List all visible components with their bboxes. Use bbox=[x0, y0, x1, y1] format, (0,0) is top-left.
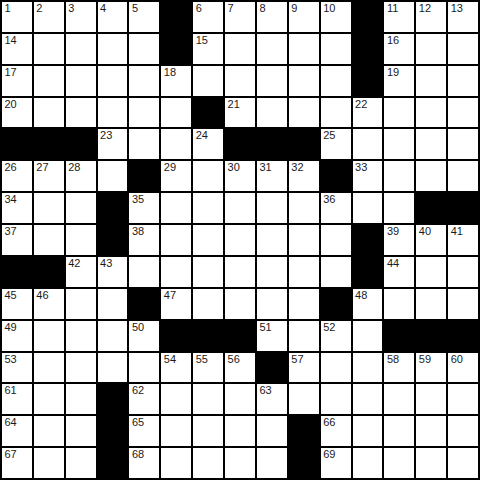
cell-r13c15[interactable] bbox=[448, 384, 478, 414]
clue-number-19: 19 bbox=[387, 66, 399, 78]
black-cell-r10c11 bbox=[321, 289, 351, 319]
cell-r12c4[interactable] bbox=[98, 353, 128, 383]
cell-r2c11[interactable] bbox=[321, 34, 351, 64]
cell-r12c14[interactable]: 59 bbox=[416, 353, 446, 383]
cell-r3c14[interactable] bbox=[416, 66, 446, 96]
cell-r9c11[interactable] bbox=[321, 257, 351, 287]
cell-r7c5[interactable]: 35 bbox=[129, 193, 159, 223]
cell-r1c10[interactable]: 9 bbox=[289, 2, 319, 32]
cell-r9c3[interactable]: 42 bbox=[66, 257, 96, 287]
cell-r7c12[interactable] bbox=[353, 193, 383, 223]
clue-number-6: 6 bbox=[196, 2, 202, 14]
cell-r7c11[interactable]: 36 bbox=[321, 193, 351, 223]
black-cell-r10c5 bbox=[129, 289, 159, 319]
cell-r12c2[interactable] bbox=[34, 353, 64, 383]
cell-r7c10[interactable] bbox=[289, 193, 319, 223]
black-cell-r5c2 bbox=[34, 129, 64, 159]
cell-r4c6[interactable] bbox=[161, 98, 191, 128]
black-cell-r5c1 bbox=[2, 129, 32, 159]
cell-r8c6[interactable] bbox=[161, 225, 191, 255]
cell-r6c7[interactable] bbox=[193, 161, 223, 191]
cell-r11c5[interactable]: 50 bbox=[129, 321, 159, 351]
cell-r9c4[interactable]: 43 bbox=[98, 257, 128, 287]
cell-r3c1[interactable]: 17 bbox=[2, 66, 32, 96]
cell-r11c2[interactable] bbox=[34, 321, 64, 351]
cell-r12c11[interactable] bbox=[321, 353, 351, 383]
cell-r4c15[interactable] bbox=[448, 98, 478, 128]
clue-number-13: 13 bbox=[451, 2, 463, 14]
cell-r8c8[interactable] bbox=[225, 225, 255, 255]
cell-r7c2[interactable] bbox=[34, 193, 64, 223]
cell-r4c13[interactable] bbox=[384, 98, 414, 128]
cell-r13c12[interactable] bbox=[353, 384, 383, 414]
cell-r10c12[interactable]: 48 bbox=[353, 289, 383, 319]
clue-number-20: 20 bbox=[5, 98, 17, 110]
cell-r14c12[interactable] bbox=[353, 416, 383, 446]
clue-number-26: 26 bbox=[5, 161, 17, 173]
clue-number-42: 42 bbox=[68, 257, 80, 269]
black-cell-r1c6 bbox=[161, 2, 191, 32]
cell-r11c4[interactable] bbox=[98, 321, 128, 351]
cell-r6c12[interactable]: 33 bbox=[353, 161, 383, 191]
cell-r11c10[interactable] bbox=[289, 321, 319, 351]
cell-r12c5[interactable] bbox=[129, 353, 159, 383]
cell-r15c12[interactable] bbox=[353, 448, 383, 478]
clue-number-30: 30 bbox=[228, 161, 240, 173]
cell-r14c8[interactable] bbox=[225, 416, 255, 446]
clue-number-10: 10 bbox=[323, 2, 335, 14]
cell-r13c6[interactable] bbox=[161, 384, 191, 414]
clue-number-4: 4 bbox=[100, 2, 106, 14]
cell-r13c14[interactable] bbox=[416, 384, 446, 414]
clue-number-69: 69 bbox=[323, 448, 335, 460]
cell-r10c4[interactable] bbox=[98, 289, 128, 319]
clue-number-11: 11 bbox=[387, 2, 398, 14]
cell-r10c14[interactable] bbox=[416, 289, 446, 319]
cell-r14c3[interactable] bbox=[66, 416, 96, 446]
clue-number-48: 48 bbox=[355, 289, 367, 301]
cell-r4c11[interactable] bbox=[321, 98, 351, 128]
clue-number-58: 58 bbox=[387, 353, 399, 365]
cell-r15c5[interactable]: 68 bbox=[129, 448, 159, 478]
clue-number-61: 61 bbox=[5, 384, 17, 396]
cell-r2c8[interactable] bbox=[225, 34, 255, 64]
cell-r1c7[interactable]: 6 bbox=[193, 2, 223, 32]
cell-r10c13[interactable] bbox=[384, 289, 414, 319]
cell-r8c11[interactable] bbox=[321, 225, 351, 255]
black-cell-r11c15 bbox=[448, 321, 478, 351]
cell-r1c11[interactable]: 10 bbox=[321, 2, 351, 32]
cell-r5c14[interactable] bbox=[416, 129, 446, 159]
black-cell-r11c13 bbox=[384, 321, 414, 351]
cell-r7c13[interactable] bbox=[384, 193, 414, 223]
clue-number-8: 8 bbox=[259, 2, 265, 14]
cell-r6c15[interactable] bbox=[448, 161, 478, 191]
cell-r12c3[interactable] bbox=[66, 353, 96, 383]
black-cell-r12c9 bbox=[257, 353, 287, 383]
cell-r3c11[interactable] bbox=[321, 66, 351, 96]
cell-r10c7[interactable] bbox=[193, 289, 223, 319]
clue-number-1: 1 bbox=[5, 2, 11, 14]
cell-r14c14[interactable] bbox=[416, 416, 446, 446]
cell-r10c10[interactable] bbox=[289, 289, 319, 319]
cell-r6c14[interactable] bbox=[416, 161, 446, 191]
cell-r10c2[interactable]: 46 bbox=[34, 289, 64, 319]
cell-r7c3[interactable] bbox=[66, 193, 96, 223]
cell-r14c13[interactable] bbox=[384, 416, 414, 446]
clue-number-60: 60 bbox=[451, 353, 463, 365]
cell-r13c10[interactable] bbox=[289, 384, 319, 414]
cell-r14c6[interactable] bbox=[161, 416, 191, 446]
clue-number-18: 18 bbox=[164, 66, 176, 78]
clue-number-43: 43 bbox=[100, 257, 112, 269]
clue-number-9: 9 bbox=[291, 2, 297, 14]
cell-r1c4[interactable]: 4 bbox=[98, 2, 128, 32]
cell-r2c14[interactable] bbox=[416, 34, 446, 64]
cell-r14c1[interactable]: 64 bbox=[2, 416, 32, 446]
cell-r6c3[interactable]: 28 bbox=[66, 161, 96, 191]
cell-r14c2[interactable] bbox=[34, 416, 64, 446]
cell-r6c8[interactable]: 30 bbox=[225, 161, 255, 191]
cell-r2c5[interactable] bbox=[129, 34, 159, 64]
clue-number-5: 5 bbox=[132, 2, 138, 14]
cell-r8c2[interactable] bbox=[34, 225, 64, 255]
cell-r3c7[interactable] bbox=[193, 66, 223, 96]
cell-r12c6[interactable]: 54 bbox=[161, 353, 191, 383]
clue-number-33: 33 bbox=[355, 161, 367, 173]
cell-r2c13[interactable]: 16 bbox=[384, 34, 414, 64]
cell-r7c7[interactable] bbox=[193, 193, 223, 223]
cell-r5c6[interactable] bbox=[161, 129, 191, 159]
cell-r1c8[interactable]: 7 bbox=[225, 2, 255, 32]
cell-r13c9[interactable]: 63 bbox=[257, 384, 287, 414]
clue-number-67: 67 bbox=[5, 448, 17, 460]
cell-r3c10[interactable] bbox=[289, 66, 319, 96]
cell-r10c6[interactable]: 47 bbox=[161, 289, 191, 319]
cell-r3c3[interactable] bbox=[66, 66, 96, 96]
cell-r4c10[interactable] bbox=[289, 98, 319, 128]
cell-r2c1[interactable]: 14 bbox=[2, 34, 32, 64]
clue-number-63: 63 bbox=[259, 384, 271, 396]
clue-number-46: 46 bbox=[36, 289, 48, 301]
cell-r4c2[interactable] bbox=[34, 98, 64, 128]
cell-r15c6[interactable] bbox=[161, 448, 191, 478]
cell-r1c9[interactable]: 8 bbox=[257, 2, 287, 32]
cell-r14c11[interactable]: 66 bbox=[321, 416, 351, 446]
cell-r11c12[interactable] bbox=[353, 321, 383, 351]
cell-r8c13[interactable]: 39 bbox=[384, 225, 414, 255]
cell-r4c1[interactable]: 20 bbox=[2, 98, 32, 128]
cell-r2c9[interactable] bbox=[257, 34, 287, 64]
clue-number-28: 28 bbox=[68, 161, 80, 173]
cell-r2c3[interactable] bbox=[66, 34, 96, 64]
clue-number-38: 38 bbox=[132, 225, 144, 237]
clue-number-29: 29 bbox=[164, 161, 176, 173]
clue-number-27: 27 bbox=[36, 161, 48, 173]
cell-r15c3[interactable] bbox=[66, 448, 96, 478]
cell-r10c9[interactable] bbox=[257, 289, 287, 319]
clue-number-59: 59 bbox=[419, 353, 431, 365]
cell-r4c8[interactable]: 21 bbox=[225, 98, 255, 128]
clue-number-50: 50 bbox=[132, 321, 144, 333]
cell-r9c5[interactable] bbox=[129, 257, 159, 287]
cell-r12c13[interactable]: 58 bbox=[384, 353, 414, 383]
cell-r8c3[interactable] bbox=[66, 225, 96, 255]
clue-number-68: 68 bbox=[132, 448, 144, 460]
cell-r11c1[interactable]: 49 bbox=[2, 321, 32, 351]
clue-number-45: 45 bbox=[5, 289, 17, 301]
cell-r4c12[interactable]: 22 bbox=[353, 98, 383, 128]
cell-r9c8[interactable] bbox=[225, 257, 255, 287]
cell-r12c1[interactable]: 53 bbox=[2, 353, 32, 383]
clue-number-49: 49 bbox=[5, 321, 17, 333]
cell-r8c10[interactable] bbox=[289, 225, 319, 255]
clue-number-35: 35 bbox=[132, 193, 144, 205]
cell-r6c1[interactable]: 26 bbox=[2, 161, 32, 191]
cell-r15c11[interactable]: 69 bbox=[321, 448, 351, 478]
cell-r10c15[interactable] bbox=[448, 289, 478, 319]
clue-number-55: 55 bbox=[196, 353, 208, 365]
cell-r15c9[interactable] bbox=[257, 448, 287, 478]
black-cell-r5c10 bbox=[289, 129, 319, 159]
clue-number-57: 57 bbox=[291, 353, 303, 365]
clue-number-16: 16 bbox=[387, 34, 399, 46]
cell-r6c6[interactable]: 29 bbox=[161, 161, 191, 191]
black-cell-r7c15 bbox=[448, 193, 478, 223]
black-cell-r9c1 bbox=[2, 257, 32, 287]
clue-number-22: 22 bbox=[355, 98, 367, 110]
clue-number-12: 12 bbox=[419, 2, 431, 14]
cell-r5c13[interactable] bbox=[384, 129, 414, 159]
cell-r3c5[interactable] bbox=[129, 66, 159, 96]
cell-r1c5[interactable]: 5 bbox=[129, 2, 159, 32]
black-cell-r11c14 bbox=[416, 321, 446, 351]
cell-r6c10[interactable]: 32 bbox=[289, 161, 319, 191]
black-cell-r15c10 bbox=[289, 448, 319, 478]
cell-r11c9[interactable]: 51 bbox=[257, 321, 287, 351]
black-cell-r9c12 bbox=[353, 257, 383, 287]
cell-r15c14[interactable] bbox=[416, 448, 446, 478]
clue-number-66: 66 bbox=[323, 416, 335, 428]
cell-r10c3[interactable] bbox=[66, 289, 96, 319]
black-cell-r6c11 bbox=[321, 161, 351, 191]
cell-r8c15[interactable]: 41 bbox=[448, 225, 478, 255]
cell-r6c9[interactable]: 31 bbox=[257, 161, 287, 191]
clue-number-14: 14 bbox=[5, 34, 17, 46]
cell-r9c10[interactable] bbox=[289, 257, 319, 287]
cell-r3c9[interactable] bbox=[257, 66, 287, 96]
cell-r3c2[interactable] bbox=[34, 66, 64, 96]
clue-number-32: 32 bbox=[291, 161, 303, 173]
black-cell-r2c12 bbox=[353, 34, 383, 64]
cell-r13c1[interactable]: 61 bbox=[2, 384, 32, 414]
cell-r4c14[interactable] bbox=[416, 98, 446, 128]
cell-r1c14[interactable]: 12 bbox=[416, 2, 446, 32]
black-cell-r2c6 bbox=[161, 34, 191, 64]
cell-r12c12[interactable] bbox=[353, 353, 383, 383]
cell-r15c1[interactable]: 67 bbox=[2, 448, 32, 478]
cell-r15c7[interactable] bbox=[193, 448, 223, 478]
clue-number-54: 54 bbox=[164, 353, 176, 365]
cell-r5c12[interactable] bbox=[353, 129, 383, 159]
cell-r15c13[interactable] bbox=[384, 448, 414, 478]
black-cell-r11c7 bbox=[193, 321, 223, 351]
black-cell-r1c12 bbox=[353, 2, 383, 32]
cell-r12c8[interactable]: 56 bbox=[225, 353, 255, 383]
cell-r3c8[interactable] bbox=[225, 66, 255, 96]
cell-r5c5[interactable] bbox=[129, 129, 159, 159]
cell-r3c4[interactable] bbox=[98, 66, 128, 96]
cell-r9c15[interactable] bbox=[448, 257, 478, 287]
cell-r9c7[interactable] bbox=[193, 257, 223, 287]
black-cell-r11c6 bbox=[161, 321, 191, 351]
cell-r1c1[interactable]: 1 bbox=[2, 2, 32, 32]
cell-r12c10[interactable]: 57 bbox=[289, 353, 319, 383]
cell-r10c1[interactable]: 45 bbox=[2, 289, 32, 319]
cell-r1c2[interactable]: 2 bbox=[34, 2, 64, 32]
clue-number-62: 62 bbox=[132, 384, 144, 396]
cell-r10c8[interactable] bbox=[225, 289, 255, 319]
black-cell-r6c5 bbox=[129, 161, 159, 191]
cell-r8c14[interactable]: 40 bbox=[416, 225, 446, 255]
cell-r11c11[interactable]: 52 bbox=[321, 321, 351, 351]
cell-r2c4[interactable] bbox=[98, 34, 128, 64]
cell-r8c7[interactable] bbox=[193, 225, 223, 255]
clue-number-25: 25 bbox=[323, 129, 335, 141]
black-cell-r3c12 bbox=[353, 66, 383, 96]
cell-r5c4[interactable]: 23 bbox=[98, 129, 128, 159]
black-cell-r5c3 bbox=[66, 129, 96, 159]
cell-r5c15[interactable] bbox=[448, 129, 478, 159]
cell-r13c8[interactable] bbox=[225, 384, 255, 414]
clue-number-7: 7 bbox=[228, 2, 234, 14]
black-cell-r13c4 bbox=[98, 384, 128, 414]
clue-number-41: 41 bbox=[451, 225, 463, 237]
cell-r12c7[interactable]: 55 bbox=[193, 353, 223, 383]
cell-r4c9[interactable] bbox=[257, 98, 287, 128]
black-cell-r8c12 bbox=[353, 225, 383, 255]
cell-r7c9[interactable] bbox=[257, 193, 287, 223]
cell-r13c11[interactable] bbox=[321, 384, 351, 414]
clue-number-51: 51 bbox=[259, 321, 271, 333]
cell-r9c13[interactable]: 44 bbox=[384, 257, 414, 287]
cell-r9c6[interactable] bbox=[161, 257, 191, 287]
black-cell-r11c8 bbox=[225, 321, 255, 351]
clue-number-64: 64 bbox=[5, 416, 17, 428]
clue-number-37: 37 bbox=[5, 225, 17, 237]
cell-r8c9[interactable] bbox=[257, 225, 287, 255]
black-cell-r7c4 bbox=[98, 193, 128, 223]
cell-r13c13[interactable] bbox=[384, 384, 414, 414]
cell-r9c9[interactable] bbox=[257, 257, 287, 287]
cell-r3c6[interactable]: 18 bbox=[161, 66, 191, 96]
clue-number-31: 31 bbox=[259, 161, 271, 173]
cell-r1c13[interactable]: 11 bbox=[384, 2, 414, 32]
cell-r2c15[interactable] bbox=[448, 34, 478, 64]
cell-r14c5[interactable]: 65 bbox=[129, 416, 159, 446]
cell-r12c15[interactable]: 60 bbox=[448, 353, 478, 383]
clue-number-40: 40 bbox=[419, 225, 431, 237]
clue-number-65: 65 bbox=[132, 416, 144, 428]
black-cell-r4c7 bbox=[193, 98, 223, 128]
clue-number-34: 34 bbox=[5, 193, 17, 205]
cell-r7c8[interactable] bbox=[225, 193, 255, 223]
cell-r14c15[interactable] bbox=[448, 416, 478, 446]
clue-number-44: 44 bbox=[387, 257, 399, 269]
cell-r8c5[interactable]: 38 bbox=[129, 225, 159, 255]
cell-r2c7[interactable]: 15 bbox=[193, 34, 223, 64]
clue-number-52: 52 bbox=[323, 321, 335, 333]
clue-number-47: 47 bbox=[164, 289, 176, 301]
black-cell-r15c4 bbox=[98, 448, 128, 478]
cell-r14c9[interactable] bbox=[257, 416, 287, 446]
black-cell-r5c9 bbox=[257, 129, 287, 159]
crossword-board: 1234567891011121314151617181920212223242… bbox=[0, 0, 480, 480]
black-cell-r14c4 bbox=[98, 416, 128, 446]
black-cell-r14c10 bbox=[289, 416, 319, 446]
cell-r1c3[interactable]: 3 bbox=[66, 2, 96, 32]
cell-r3c13[interactable]: 19 bbox=[384, 66, 414, 96]
black-cell-r7c14 bbox=[416, 193, 446, 223]
cell-r14c7[interactable] bbox=[193, 416, 223, 446]
clue-number-3: 3 bbox=[68, 2, 74, 14]
cell-r6c2[interactable]: 27 bbox=[34, 161, 64, 191]
cell-r9c14[interactable] bbox=[416, 257, 446, 287]
cell-r15c2[interactable] bbox=[34, 448, 64, 478]
cell-r1c15[interactable]: 13 bbox=[448, 2, 478, 32]
cell-r7c6[interactable] bbox=[161, 193, 191, 223]
clue-number-53: 53 bbox=[5, 353, 17, 365]
clue-number-21: 21 bbox=[228, 98, 240, 110]
cell-r2c10[interactable] bbox=[289, 34, 319, 64]
cell-r4c4[interactable] bbox=[98, 98, 128, 128]
cell-r11c3[interactable] bbox=[66, 321, 96, 351]
black-cell-r8c4 bbox=[98, 225, 128, 255]
cell-r4c3[interactable] bbox=[66, 98, 96, 128]
cell-r7c1[interactable]: 34 bbox=[2, 193, 32, 223]
cell-r6c4[interactable] bbox=[98, 161, 128, 191]
cell-r13c5[interactable]: 62 bbox=[129, 384, 159, 414]
clue-number-56: 56 bbox=[228, 353, 240, 365]
cell-r5c7[interactable]: 24 bbox=[193, 129, 223, 159]
clue-number-39: 39 bbox=[387, 225, 399, 237]
black-cell-r5c8 bbox=[225, 129, 255, 159]
cell-r6c13[interactable] bbox=[384, 161, 414, 191]
clue-number-17: 17 bbox=[5, 66, 17, 78]
clue-number-23: 23 bbox=[100, 129, 112, 141]
cell-r8c1[interactable]: 37 bbox=[2, 225, 32, 255]
cell-r2c2[interactable] bbox=[34, 34, 64, 64]
clue-number-15: 15 bbox=[196, 34, 208, 46]
cell-r4c5[interactable] bbox=[129, 98, 159, 128]
cell-r3c15[interactable] bbox=[448, 66, 478, 96]
clue-number-36: 36 bbox=[323, 193, 335, 205]
cell-r15c8[interactable] bbox=[225, 448, 255, 478]
cell-r13c7[interactable] bbox=[193, 384, 223, 414]
clue-number-2: 2 bbox=[36, 2, 42, 14]
cell-r13c3[interactable] bbox=[66, 384, 96, 414]
cell-r15c15[interactable] bbox=[448, 448, 478, 478]
cell-r13c2[interactable] bbox=[34, 384, 64, 414]
black-cell-r9c2 bbox=[34, 257, 64, 287]
cell-r5c11[interactable]: 25 bbox=[321, 129, 351, 159]
clue-number-24: 24 bbox=[196, 129, 208, 141]
